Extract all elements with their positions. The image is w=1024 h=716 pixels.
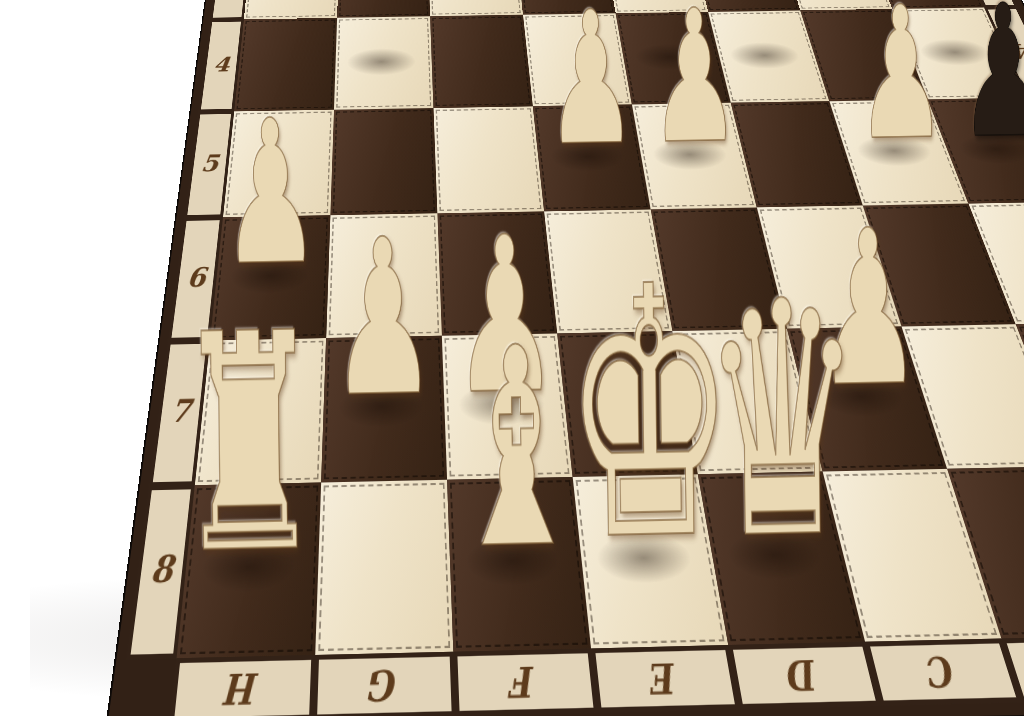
left-rank-label-text: 5 bbox=[200, 149, 220, 176]
near-file-label: H bbox=[170, 655, 315, 716]
white-pawn-glyph: ♟ bbox=[544, 0, 637, 171]
near-file-label: F bbox=[453, 648, 598, 716]
scene: HGFEDCBA1♜♛♚♞12♟♟♟♟♝♟23♞♞♝♟34♝♟♟♜45♟♟♟♟5… bbox=[108, 0, 1024, 716]
left-rank-label-text: 4 bbox=[212, 52, 231, 76]
near-file-label-text: H bbox=[226, 664, 261, 715]
near-file-label: D bbox=[728, 642, 881, 709]
square-d5[interactable]: ♟ bbox=[632, 103, 757, 210]
near-file-label-text: G bbox=[370, 660, 399, 710]
square-g8[interactable] bbox=[315, 480, 453, 655]
white-bishop-glyph: ♝ bbox=[332, 0, 433, 76]
white-pawn-glyph: ♟ bbox=[328, 210, 437, 427]
white-pawn-glyph: ♟ bbox=[648, 0, 741, 169]
chess-board: HGFEDCBA1♜♛♚♞12♟♟♟♟♝♟23♞♞♝♟34♝♟♟♜45♟♟♟♟5… bbox=[106, 0, 1024, 716]
near-file-label-text: D bbox=[784, 650, 823, 700]
near-file-label-text: F bbox=[511, 657, 538, 707]
near-file-label: G bbox=[313, 652, 456, 716]
white-pawn-glyph: ♟ bbox=[854, 0, 946, 166]
board-grid: HGFEDCBA1♜♛♚♞12♟♟♟♟♝♟23♞♞♝♟34♝♟♟♜45♟♟♟♟5… bbox=[118, 0, 1024, 716]
near-file-label-text: C bbox=[922, 647, 962, 697]
square-g4[interactable]: ♝ bbox=[334, 16, 434, 109]
photo-canvas: HGFEDCBA1♜♛♚♞12♟♟♟♟♝♟23♞♞♝♟34♝♟♟♜45♟♟♟♟5… bbox=[0, 0, 1024, 716]
square-g7[interactable]: ♟ bbox=[321, 336, 447, 483]
square-f3[interactable] bbox=[427, 0, 523, 16]
white-king-glyph: ♚ bbox=[562, 240, 737, 588]
near-file-label: C bbox=[865, 639, 1022, 706]
black-pawn-glyph: ♟ bbox=[957, 0, 1024, 164]
square-e8[interactable]: ♚ bbox=[573, 474, 729, 648]
square-h3[interactable]: ♞ bbox=[244, 0, 340, 19]
near-file-label-text: E bbox=[648, 654, 680, 704]
frame-corner bbox=[118, 658, 177, 716]
near-file-label: E bbox=[591, 645, 740, 713]
square-h8[interactable]: ♜ bbox=[177, 483, 322, 659]
square-f4[interactable] bbox=[430, 15, 533, 108]
white-rook-glyph: ♜ bbox=[173, 293, 325, 595]
white-pawn-glyph: ♟ bbox=[220, 93, 321, 293]
left-rank-label-text: 8 bbox=[148, 546, 175, 591]
